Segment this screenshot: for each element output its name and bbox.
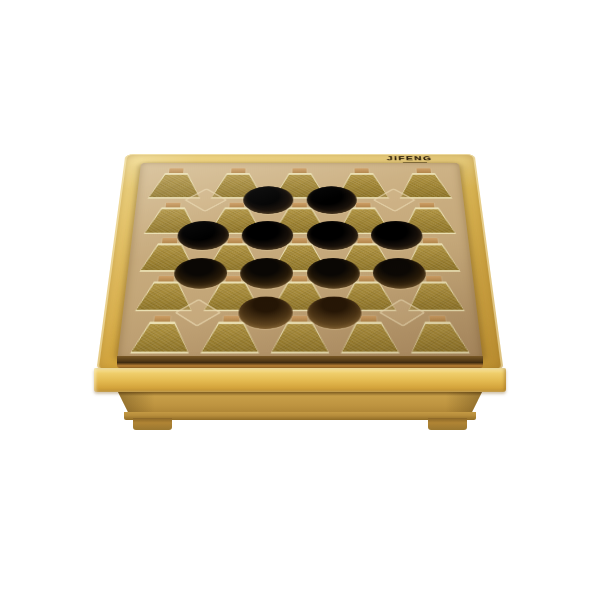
ashtray-board — [117, 163, 482, 359]
ash-hole — [307, 297, 362, 329]
ridge-connector — [184, 188, 228, 212]
plate-front-edge — [117, 356, 483, 368]
ash-hole — [307, 258, 360, 289]
ash-hole — [307, 221, 359, 250]
ridge-connector — [174, 299, 221, 327]
brand-logo: JiFENG — [387, 155, 433, 161]
ash-hole — [373, 258, 428, 289]
ash-hole — [176, 221, 229, 250]
ash-hole — [238, 297, 293, 329]
ash-hole — [173, 258, 228, 289]
right-foot — [428, 418, 467, 430]
ash-hole — [371, 221, 424, 250]
ash-hole — [243, 186, 294, 214]
base-flange — [124, 412, 476, 420]
ash-hole — [306, 186, 357, 214]
ridge-connector — [379, 299, 426, 327]
product-photo: JiFENG — [0, 0, 600, 600]
ridge-connector — [373, 188, 417, 212]
left-foot — [133, 418, 172, 430]
base-body — [118, 392, 482, 414]
holes-layer — [124, 166, 476, 355]
ash-hole — [241, 221, 293, 250]
ash-hole — [240, 258, 293, 289]
rim-front-face — [94, 368, 506, 392]
